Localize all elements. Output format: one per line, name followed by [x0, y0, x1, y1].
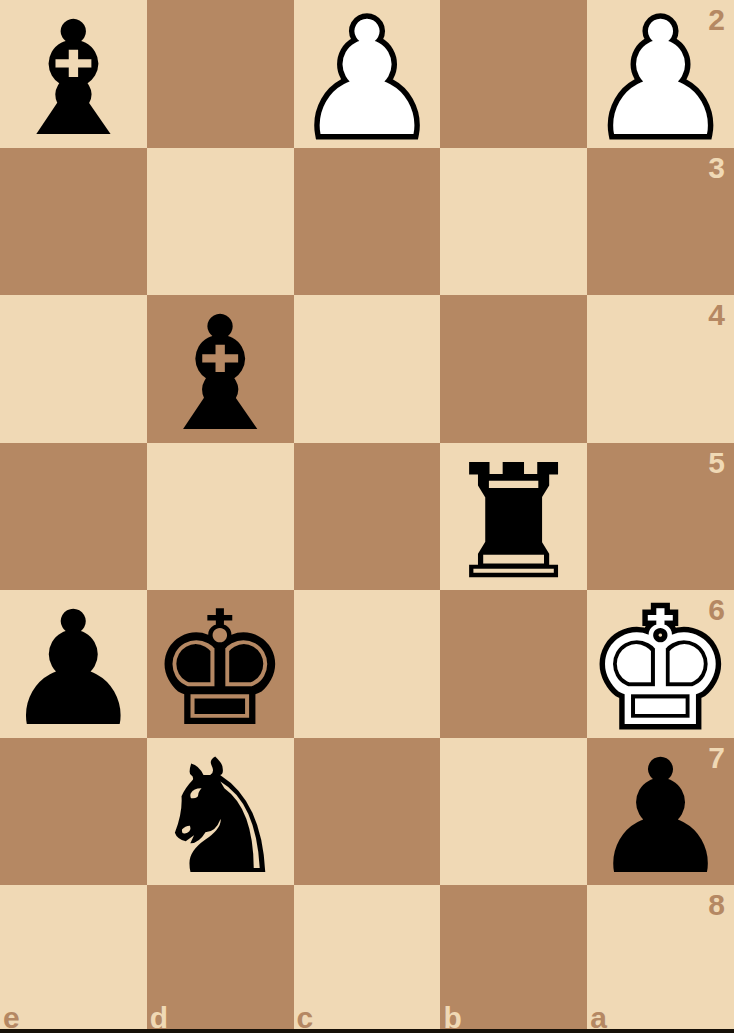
black-piece-glyph: ♟: [3, 590, 145, 748]
bottom-edge-strip: [0, 1029, 734, 1033]
square-b8[interactable]: b: [440, 885, 587, 1033]
black-piece-glyph: ♟: [590, 738, 732, 896]
square-d2[interactable]: [147, 0, 294, 148]
square-c7[interactable]: [294, 738, 441, 886]
square-e8[interactable]: e: [0, 885, 147, 1033]
white-pawn-piece[interactable]: ♟♟: [587, 0, 734, 148]
square-a7[interactable]: ♟7: [587, 738, 734, 886]
black-bishop-piece[interactable]: ♝: [0, 0, 147, 148]
square-b4[interactable]: [440, 295, 587, 443]
square-b6[interactable]: [440, 590, 587, 738]
square-b2[interactable]: [440, 0, 587, 148]
rank-label-3: 3: [708, 153, 725, 183]
black-piece-glyph: ♞: [149, 738, 291, 896]
square-b3[interactable]: [440, 148, 587, 296]
black-rook-piece[interactable]: ♜: [440, 443, 587, 591]
square-e4[interactable]: [0, 295, 147, 443]
rank-label-5: 5: [708, 448, 725, 478]
square-c6[interactable]: [294, 590, 441, 738]
square-c8[interactable]: c: [294, 885, 441, 1033]
square-c5[interactable]: [294, 443, 441, 591]
rank-label-8: 8: [708, 890, 725, 920]
square-b5[interactable]: ♜: [440, 443, 587, 591]
white-piece-fill: ♟: [296, 0, 438, 158]
rank-label-4: 4: [708, 300, 725, 330]
square-e6[interactable]: ♟: [0, 590, 147, 738]
board-grid: ♝♟♟♟♟23♝4♜5♟♚♚♚6♞♟7edcb8a: [0, 0, 734, 1033]
square-a2[interactable]: ♟♟2: [587, 0, 734, 148]
square-a6[interactable]: ♚♚6: [587, 590, 734, 738]
square-a5[interactable]: 5: [587, 443, 734, 591]
square-e5[interactable]: [0, 443, 147, 591]
black-piece-glyph: ♜: [443, 443, 585, 601]
black-piece-glyph: ♝: [3, 0, 145, 158]
white-pawn-piece[interactable]: ♟♟: [294, 0, 441, 148]
square-e2[interactable]: ♝: [0, 0, 147, 148]
square-b7[interactable]: [440, 738, 587, 886]
square-e7[interactable]: [0, 738, 147, 886]
black-knight-piece[interactable]: ♞: [147, 738, 294, 886]
black-pawn-piece[interactable]: ♟: [0, 590, 147, 738]
square-c4[interactable]: [294, 295, 441, 443]
black-pawn-piece[interactable]: ♟: [587, 738, 734, 886]
square-d7[interactable]: ♞: [147, 738, 294, 886]
black-piece-glyph: ♝: [149, 295, 291, 453]
square-d3[interactable]: [147, 148, 294, 296]
white-king-piece[interactable]: ♚♚: [587, 590, 734, 738]
square-c2[interactable]: ♟♟: [294, 0, 441, 148]
square-a3[interactable]: 3: [587, 148, 734, 296]
square-d4[interactable]: ♝: [147, 295, 294, 443]
black-king-piece[interactable]: ♚: [147, 590, 294, 738]
black-bishop-piece[interactable]: ♝: [147, 295, 294, 443]
square-e3[interactable]: [0, 148, 147, 296]
chess-board: ♝♟♟♟♟23♝4♜5♟♚♚♚6♞♟7edcb8a: [0, 0, 734, 1033]
white-piece-fill: ♟: [590, 0, 732, 158]
square-d5[interactable]: [147, 443, 294, 591]
square-d6[interactable]: ♚: [147, 590, 294, 738]
square-d8[interactable]: d: [147, 885, 294, 1033]
square-a8[interactable]: 8a: [587, 885, 734, 1033]
square-c3[interactable]: [294, 148, 441, 296]
square-a4[interactable]: 4: [587, 295, 734, 443]
